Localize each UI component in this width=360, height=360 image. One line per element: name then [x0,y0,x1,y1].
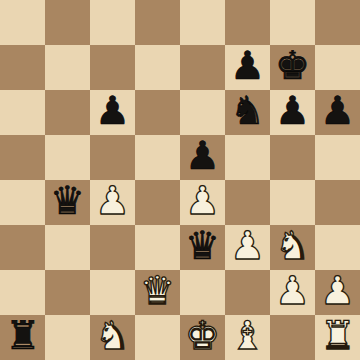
square-f8[interactable] [225,0,270,45]
square-a6[interactable] [0,90,45,135]
piece-black-queen-b4[interactable]: ♛ [45,178,90,223]
square-g6[interactable]: ♟ [270,90,315,135]
square-c1[interactable]: ♞ [90,315,135,360]
piece-black-pawn-e5[interactable]: ♟ [180,133,225,178]
square-e4[interactable]: ♟ [180,180,225,225]
piece-black-queen-e3[interactable]: ♛ [180,223,225,268]
square-a8[interactable] [0,0,45,45]
square-a3[interactable] [0,225,45,270]
square-b4[interactable]: ♛ [45,180,90,225]
piece-black-king-g7[interactable]: ♚ [270,43,315,88]
square-e7[interactable] [180,45,225,90]
square-g8[interactable] [270,0,315,45]
piece-white-knight-c1[interactable]: ♞ [90,313,135,358]
square-e8[interactable] [180,0,225,45]
square-d7[interactable] [135,45,180,90]
piece-white-king-e1[interactable]: ♚ [180,313,225,358]
square-c4[interactable]: ♟ [90,180,135,225]
square-b1[interactable] [45,315,90,360]
square-a7[interactable] [0,45,45,90]
square-a1[interactable]: ♜ [0,315,45,360]
square-f5[interactable] [225,135,270,180]
piece-white-pawn-e4[interactable]: ♟ [180,178,225,223]
square-c8[interactable] [90,0,135,45]
piece-black-pawn-h6[interactable]: ♟ [315,88,360,133]
square-h6[interactable]: ♟ [315,90,360,135]
square-b6[interactable] [45,90,90,135]
square-e3[interactable]: ♛ [180,225,225,270]
piece-black-knight-f6[interactable]: ♞ [225,88,270,133]
piece-white-pawn-f3[interactable]: ♟ [225,223,270,268]
square-c5[interactable] [90,135,135,180]
square-b5[interactable] [45,135,90,180]
chess-board: ♟♚♟♞♟♟♟♛♟♟♛♟♞♛♟♟♜♞♚♝♜ [0,0,360,360]
chess-video-frame: ♟♚♟♞♟♟♟♛♟♟♛♟♞♛♟♟♜♞♚♝♜ [0,0,360,360]
square-g5[interactable] [270,135,315,180]
square-g4[interactable] [270,180,315,225]
square-b7[interactable] [45,45,90,90]
piece-white-rook-h1[interactable]: ♜ [315,313,360,358]
square-f2[interactable] [225,270,270,315]
square-d1[interactable] [135,315,180,360]
square-h4[interactable] [315,180,360,225]
square-d2[interactable]: ♛ [135,270,180,315]
square-h2[interactable]: ♟ [315,270,360,315]
square-f6[interactable]: ♞ [225,90,270,135]
square-e1[interactable]: ♚ [180,315,225,360]
square-d8[interactable] [135,0,180,45]
square-f1[interactable]: ♝ [225,315,270,360]
square-h7[interactable] [315,45,360,90]
square-a5[interactable] [0,135,45,180]
square-f4[interactable] [225,180,270,225]
piece-black-pawn-g6[interactable]: ♟ [270,88,315,133]
square-h5[interactable] [315,135,360,180]
square-f7[interactable]: ♟ [225,45,270,90]
piece-black-pawn-f7[interactable]: ♟ [225,43,270,88]
square-d5[interactable] [135,135,180,180]
square-d6[interactable] [135,90,180,135]
square-c6[interactable]: ♟ [90,90,135,135]
square-b2[interactable] [45,270,90,315]
piece-white-pawn-g2[interactable]: ♟ [270,268,315,313]
square-c7[interactable] [90,45,135,90]
piece-white-knight-g3[interactable]: ♞ [270,223,315,268]
square-h1[interactable]: ♜ [315,315,360,360]
square-d4[interactable] [135,180,180,225]
square-d3[interactable] [135,225,180,270]
square-e5[interactable]: ♟ [180,135,225,180]
square-g3[interactable]: ♞ [270,225,315,270]
piece-white-pawn-c4[interactable]: ♟ [90,178,135,223]
square-g7[interactable]: ♚ [270,45,315,90]
piece-black-rook-a1[interactable]: ♜ [0,313,45,358]
piece-black-pawn-c6[interactable]: ♟ [90,88,135,133]
square-b3[interactable] [45,225,90,270]
square-h3[interactable] [315,225,360,270]
square-e2[interactable] [180,270,225,315]
piece-white-pawn-h2[interactable]: ♟ [315,268,360,313]
square-g1[interactable] [270,315,315,360]
piece-white-bishop-f1[interactable]: ♝ [225,313,270,358]
square-c2[interactable] [90,270,135,315]
square-e6[interactable] [180,90,225,135]
square-a4[interactable] [0,180,45,225]
square-c3[interactable] [90,225,135,270]
piece-white-queen-d2[interactable]: ♛ [135,268,180,313]
square-b8[interactable] [45,0,90,45]
square-a2[interactable] [0,270,45,315]
square-h8[interactable] [315,0,360,45]
square-g2[interactable]: ♟ [270,270,315,315]
square-f3[interactable]: ♟ [225,225,270,270]
